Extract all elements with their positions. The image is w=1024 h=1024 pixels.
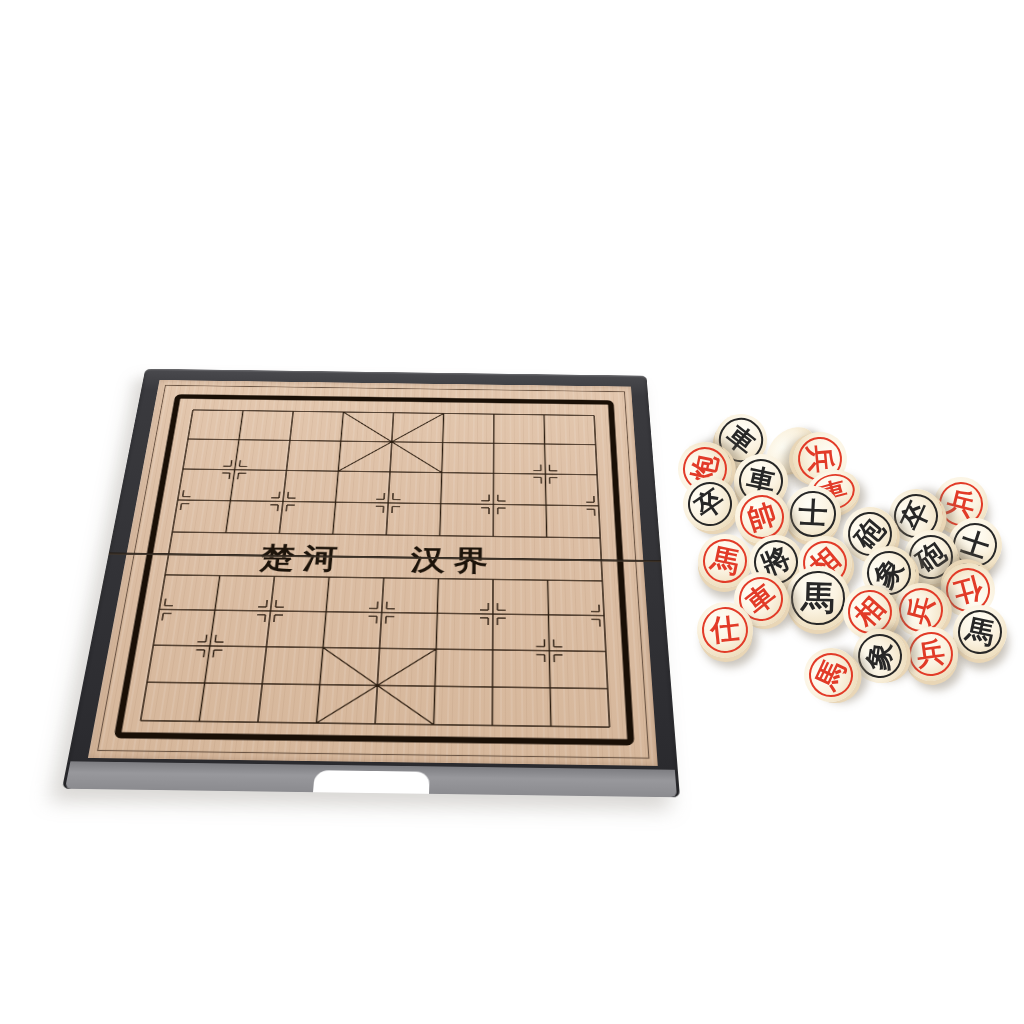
pieces-pile: 車兵炮車車兵卒士卒帥砲士砲馬將相象仕馬車相兵馬仕兵象馬	[0, 0, 1024, 1024]
product-photo-scene: 楚河 汉界 車兵炮車車兵卒士卒帥砲士砲馬將相象仕馬車相兵馬仕兵象馬	[0, 0, 1024, 1024]
xiangqi-piece-red-advisor[interactable]: 仕	[694, 599, 756, 661]
piece-character: 仕	[694, 599, 756, 661]
